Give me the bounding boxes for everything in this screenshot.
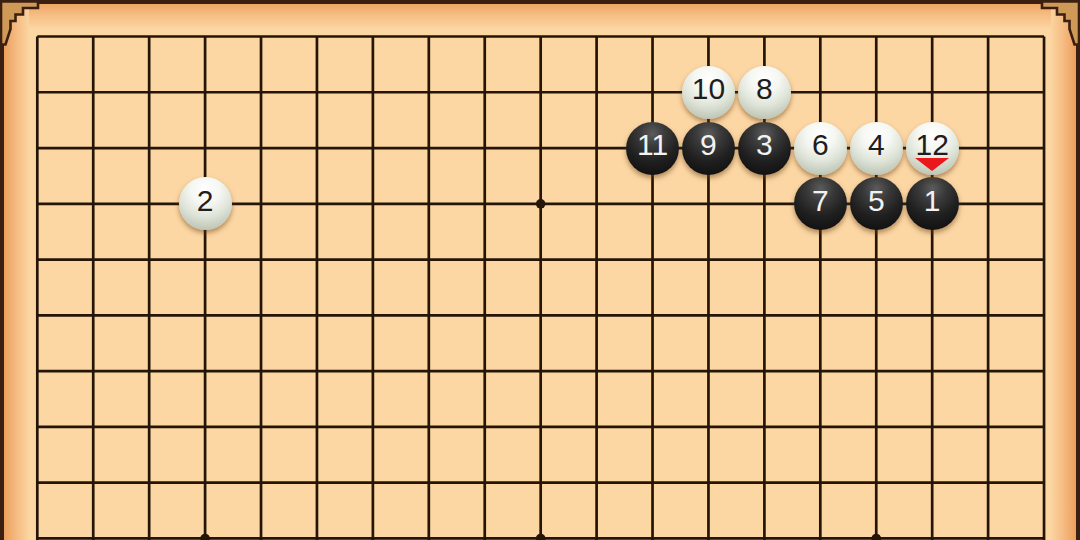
stone-white-2[interactable]: 2	[179, 177, 232, 230]
stone-white-6[interactable]: 6	[794, 122, 847, 175]
stone-number: 1	[924, 186, 941, 216]
stone-black-11[interactable]: 11	[626, 122, 679, 175]
stone-black-1[interactable]: 1	[906, 177, 959, 230]
stone-number: 3	[756, 130, 773, 160]
stone-number: 9	[700, 130, 717, 160]
stone-black-5[interactable]: 5	[850, 177, 903, 230]
stones-layer: 123456789101112	[0, 0, 1080, 540]
stone-number: 6	[812, 130, 829, 160]
stone-number: 5	[868, 186, 885, 216]
stone-black-9[interactable]: 9	[682, 122, 735, 175]
stone-number: 4	[868, 130, 885, 160]
stone-black-3[interactable]: 3	[738, 122, 791, 175]
stone-white-10[interactable]: 10	[682, 66, 735, 119]
stone-number: 7	[812, 186, 829, 216]
stone-white-4[interactable]: 4	[850, 122, 903, 175]
last-move-triangle-marker	[915, 158, 949, 171]
stone-white-12[interactable]: 12	[906, 122, 959, 175]
stone-number: 12	[915, 130, 948, 160]
stone-black-7[interactable]: 7	[794, 177, 847, 230]
stone-white-8[interactable]: 8	[738, 66, 791, 119]
go-app-window: 123456789101112	[0, 0, 1080, 540]
stone-number: 10	[692, 74, 725, 104]
stone-number: 2	[197, 186, 214, 216]
stone-number: 11	[637, 130, 668, 160]
stone-number: 8	[756, 74, 773, 104]
